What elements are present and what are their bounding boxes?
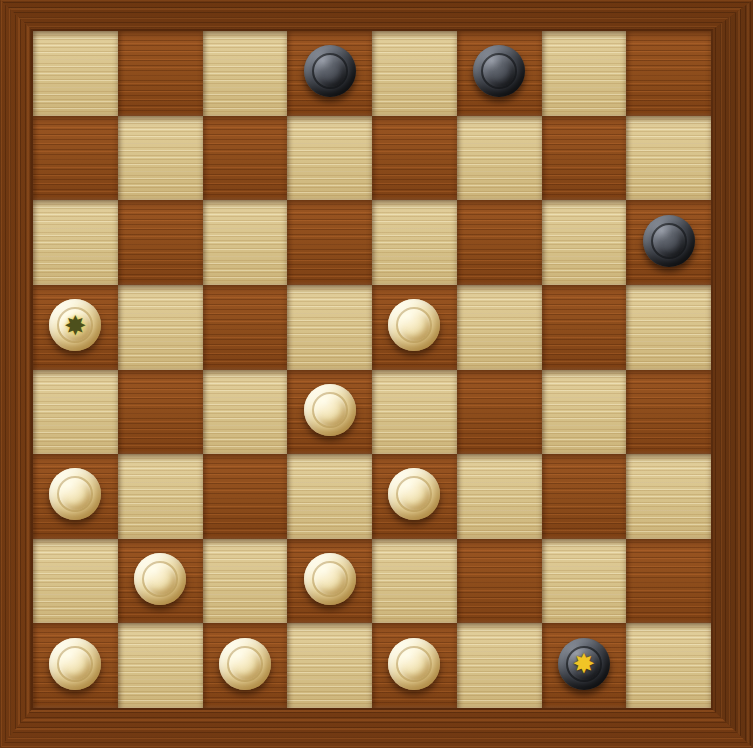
- piece-white-man[interactable]: [388, 468, 440, 520]
- square-r8c1[interactable]: [33, 623, 118, 708]
- square-r1c4[interactable]: [287, 31, 372, 116]
- king-star-icon: ✸: [573, 650, 596, 677]
- square-r6c8[interactable]: [626, 454, 711, 539]
- square-r7c7[interactable]: [542, 539, 627, 624]
- square-r1c8[interactable]: [626, 31, 711, 116]
- square-r8c8[interactable]: [626, 623, 711, 708]
- square-r2c7[interactable]: [542, 116, 627, 201]
- square-r3c7[interactable]: [542, 200, 627, 285]
- square-r5c1[interactable]: [33, 370, 118, 455]
- square-r3c3[interactable]: [203, 200, 288, 285]
- square-r8c7[interactable]: ✸: [542, 623, 627, 708]
- square-r4c5[interactable]: [372, 285, 457, 370]
- square-r5c7[interactable]: [542, 370, 627, 455]
- square-r4c3[interactable]: [203, 285, 288, 370]
- piece-black-man[interactable]: [473, 45, 525, 97]
- square-r6c7[interactable]: [542, 454, 627, 539]
- square-r4c2[interactable]: [118, 285, 203, 370]
- square-r6c3[interactable]: [203, 454, 288, 539]
- square-r1c7[interactable]: [542, 31, 627, 116]
- piece-white-man[interactable]: [219, 638, 271, 690]
- square-r6c4[interactable]: [287, 454, 372, 539]
- piece-white-man[interactable]: [49, 468, 101, 520]
- square-r3c4[interactable]: [287, 200, 372, 285]
- square-r7c3[interactable]: [203, 539, 288, 624]
- piece-white-king[interactable]: ✸: [49, 299, 101, 351]
- square-r2c8[interactable]: [626, 116, 711, 201]
- checkers-app: ✸✸: [0, 0, 753, 748]
- square-r8c3[interactable]: [203, 623, 288, 708]
- square-r7c4[interactable]: [287, 539, 372, 624]
- square-r3c2[interactable]: [118, 200, 203, 285]
- piece-white-man[interactable]: [304, 553, 356, 605]
- square-r1c5[interactable]: [372, 31, 457, 116]
- square-r2c3[interactable]: [203, 116, 288, 201]
- piece-white-man[interactable]: [388, 299, 440, 351]
- piece-white-man[interactable]: [304, 384, 356, 436]
- square-r1c3[interactable]: [203, 31, 288, 116]
- square-r3c8[interactable]: [626, 200, 711, 285]
- board-grid: ✸✸: [33, 31, 711, 708]
- square-r4c1[interactable]: ✸: [33, 285, 118, 370]
- square-r8c6[interactable]: [457, 623, 542, 708]
- square-r2c1[interactable]: [33, 116, 118, 201]
- square-r7c8[interactable]: [626, 539, 711, 624]
- square-r5c2[interactable]: [118, 370, 203, 455]
- square-r4c8[interactable]: [626, 285, 711, 370]
- square-r6c1[interactable]: [33, 454, 118, 539]
- square-r5c4[interactable]: [287, 370, 372, 455]
- king-star-icon: ✸: [64, 312, 87, 339]
- piece-black-man[interactable]: [304, 45, 356, 97]
- square-r7c2[interactable]: [118, 539, 203, 624]
- square-r5c3[interactable]: [203, 370, 288, 455]
- piece-black-man[interactable]: [643, 215, 695, 267]
- square-r1c1[interactable]: [33, 31, 118, 116]
- square-r8c5[interactable]: [372, 623, 457, 708]
- square-r6c6[interactable]: [457, 454, 542, 539]
- square-r7c6[interactable]: [457, 539, 542, 624]
- square-r6c5[interactable]: [372, 454, 457, 539]
- square-r8c2[interactable]: [118, 623, 203, 708]
- square-r7c5[interactable]: [372, 539, 457, 624]
- piece-white-man[interactable]: [134, 553, 186, 605]
- square-r2c2[interactable]: [118, 116, 203, 201]
- square-r1c2[interactable]: [118, 31, 203, 116]
- square-r6c2[interactable]: [118, 454, 203, 539]
- square-r3c6[interactable]: [457, 200, 542, 285]
- square-r2c4[interactable]: [287, 116, 372, 201]
- square-r3c5[interactable]: [372, 200, 457, 285]
- square-r5c6[interactable]: [457, 370, 542, 455]
- piece-white-man[interactable]: [388, 638, 440, 690]
- piece-black-king[interactable]: ✸: [558, 638, 610, 690]
- square-r3c1[interactable]: [33, 200, 118, 285]
- square-r7c1[interactable]: [33, 539, 118, 624]
- square-r4c7[interactable]: [542, 285, 627, 370]
- square-r5c8[interactable]: [626, 370, 711, 455]
- square-r4c6[interactable]: [457, 285, 542, 370]
- square-r2c5[interactable]: [372, 116, 457, 201]
- square-r2c6[interactable]: [457, 116, 542, 201]
- square-r4c4[interactable]: [287, 285, 372, 370]
- square-r5c5[interactable]: [372, 370, 457, 455]
- square-r8c4[interactable]: [287, 623, 372, 708]
- piece-white-man[interactable]: [49, 638, 101, 690]
- square-r1c6[interactable]: [457, 31, 542, 116]
